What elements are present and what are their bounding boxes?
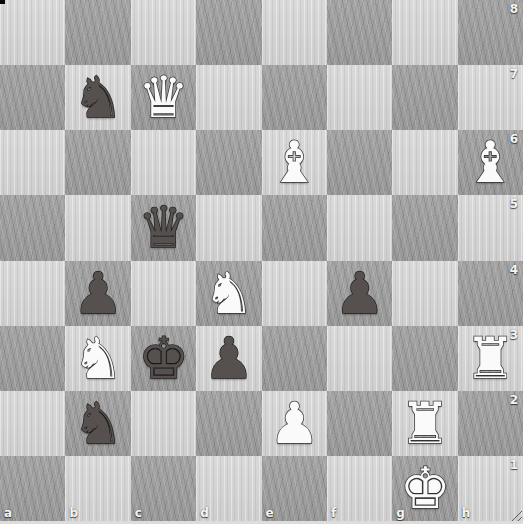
rank-label-7: 7 (510, 67, 518, 81)
rank-label-4: 4 (510, 263, 518, 277)
rank-label-1: 1 (510, 458, 518, 472)
file-label-b: b (69, 506, 78, 520)
square-e5[interactable] (262, 195, 327, 260)
rank-label-6: 6 (510, 132, 518, 146)
square-a7[interactable] (0, 65, 65, 130)
square-h1[interactable]: 1h (458, 456, 523, 521)
square-f2[interactable] (327, 391, 392, 456)
file-label-f: f (331, 506, 336, 520)
square-e6[interactable]: ♝ (262, 130, 327, 195)
square-f6[interactable] (327, 130, 392, 195)
square-a1[interactable]: a (0, 456, 65, 521)
square-b6[interactable] (65, 130, 130, 195)
square-h3[interactable]: ♜3 (458, 326, 523, 391)
chess-board-screenshot: 8♞♛7♝♝6♛5♟♞♟4♞♚♟♜3♞♟♜2abcdef♚g1h (0, 0, 523, 524)
black-knight-b2[interactable]: ♞ (65, 391, 130, 456)
rank-label-3: 3 (510, 328, 518, 342)
square-b1[interactable]: b (65, 456, 130, 521)
file-label-a: a (4, 506, 12, 520)
square-d5[interactable] (196, 195, 261, 260)
white-queen-c7[interactable]: ♛ (131, 65, 196, 130)
square-e2[interactable]: ♟ (262, 391, 327, 456)
square-a4[interactable] (0, 261, 65, 326)
square-a6[interactable] (0, 130, 65, 195)
black-pawn-f4[interactable]: ♟ (327, 261, 392, 326)
square-a5[interactable] (0, 195, 65, 260)
square-c5[interactable]: ♛ (131, 195, 196, 260)
square-d6[interactable] (196, 130, 261, 195)
square-h5[interactable]: 5 (458, 195, 523, 260)
square-f5[interactable] (327, 195, 392, 260)
square-b5[interactable] (65, 195, 130, 260)
rank-label-8: 8 (510, 2, 518, 16)
file-label-e: e (266, 506, 274, 520)
square-d4[interactable]: ♞ (196, 261, 261, 326)
square-c7[interactable]: ♛ (131, 65, 196, 130)
white-bishop-e6[interactable]: ♝ (262, 130, 327, 195)
square-h8[interactable]: 8 (458, 0, 523, 65)
square-c6[interactable] (131, 130, 196, 195)
square-b3[interactable]: ♞ (65, 326, 130, 391)
white-rook-g2[interactable]: ♜ (392, 391, 457, 456)
square-f4[interactable]: ♟ (327, 261, 392, 326)
rank-label-2: 2 (510, 393, 518, 407)
square-c1[interactable]: c (131, 456, 196, 521)
file-label-c: c (135, 506, 142, 520)
square-g3[interactable] (392, 326, 457, 391)
square-b8[interactable] (65, 0, 130, 65)
square-c8[interactable] (131, 0, 196, 65)
file-label-g: g (396, 506, 405, 520)
white-pawn-e2[interactable]: ♟ (262, 391, 327, 456)
rank-label-5: 5 (510, 197, 518, 211)
square-b2[interactable]: ♞ (65, 391, 130, 456)
chess-board[interactable]: 8♞♛7♝♝6♛5♟♞♟4♞♚♟♜3♞♟♜2abcdef♚g1h (0, 0, 523, 521)
square-e4[interactable] (262, 261, 327, 326)
square-d8[interactable] (196, 0, 261, 65)
white-knight-d4[interactable]: ♞ (196, 261, 261, 326)
square-a2[interactable] (0, 391, 65, 456)
square-d1[interactable]: d (196, 456, 261, 521)
square-a3[interactable] (0, 326, 65, 391)
square-g7[interactable] (392, 65, 457, 130)
white-knight-b3[interactable]: ♞ (65, 326, 130, 391)
square-g1[interactable]: ♚g (392, 456, 457, 521)
square-b4[interactable]: ♟ (65, 261, 130, 326)
file-label-h: h (462, 506, 471, 520)
black-pawn-b4[interactable]: ♟ (65, 261, 130, 326)
square-f3[interactable] (327, 326, 392, 391)
square-g2[interactable]: ♜ (392, 391, 457, 456)
square-h2[interactable]: 2 (458, 391, 523, 456)
square-g5[interactable] (392, 195, 457, 260)
square-g6[interactable] (392, 130, 457, 195)
square-f1[interactable]: f (327, 456, 392, 521)
black-king-c3[interactable]: ♚ (131, 326, 196, 391)
square-e1[interactable]: e (262, 456, 327, 521)
square-e3[interactable] (262, 326, 327, 391)
square-g8[interactable] (392, 0, 457, 65)
square-h6[interactable]: ♝6 (458, 130, 523, 195)
file-label-d: d (200, 506, 209, 520)
square-f8[interactable] (327, 0, 392, 65)
black-queen-c5[interactable]: ♛ (131, 195, 196, 260)
square-a8[interactable] (0, 0, 65, 65)
square-b7[interactable]: ♞ (65, 65, 130, 130)
square-e8[interactable] (262, 0, 327, 65)
square-c2[interactable] (131, 391, 196, 456)
square-f7[interactable] (327, 65, 392, 130)
square-c3[interactable]: ♚ (131, 326, 196, 391)
square-h4[interactable]: 4 (458, 261, 523, 326)
window-corner-artifact (0, 0, 5, 4)
square-h7[interactable]: 7 (458, 65, 523, 130)
square-d7[interactable] (196, 65, 261, 130)
square-c4[interactable] (131, 261, 196, 326)
square-d2[interactable] (196, 391, 261, 456)
square-d3[interactable]: ♟ (196, 326, 261, 391)
square-e7[interactable] (262, 65, 327, 130)
black-pawn-d3[interactable]: ♟ (196, 326, 261, 391)
square-g4[interactable] (392, 261, 457, 326)
black-knight-b7[interactable]: ♞ (65, 65, 130, 130)
